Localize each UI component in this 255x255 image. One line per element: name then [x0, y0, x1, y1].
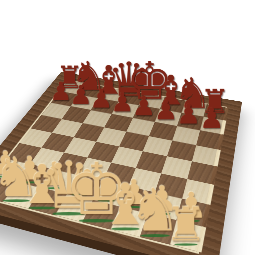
square-h7[interactable]: ♟: [200, 117, 226, 135]
red-pawn-d7: ♟: [111, 89, 135, 116]
red-pawn-h7: ♟: [199, 104, 224, 132]
red-pawn-e7: ♟: [132, 93, 156, 120]
white-rook-h1: ♜: [165, 201, 207, 248]
chess-set-photo: ♜♞♝♛♚♝♞♜♟♟♟♟♟♟♟♟♟♟♟♟♟♟♟♟♜♞♝♛♚♝♞♜: [0, 0, 255, 255]
red-pawn-g7: ♟: [176, 100, 201, 128]
square-h1[interactable]: ♜: [170, 220, 206, 252]
square-g5[interactable]: [167, 141, 196, 162]
red-pawn-f7: ♟: [154, 97, 178, 124]
square-h5[interactable]: [192, 145, 221, 166]
